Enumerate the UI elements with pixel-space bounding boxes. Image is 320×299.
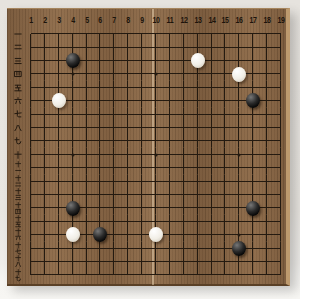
intersection-16-13[interactable] — [232, 188, 246, 201]
intersection-12-4[interactable] — [177, 67, 191, 80]
intersection-16-17[interactable] — [232, 242, 246, 255]
intersection-17-8[interactable] — [246, 121, 260, 134]
intersection-8-17[interactable] — [121, 242, 135, 255]
intersection-14-8[interactable] — [205, 121, 219, 134]
intersection-11-5[interactable] — [163, 81, 177, 94]
intersection-3-5[interactable] — [52, 81, 66, 94]
intersection-7-18[interactable] — [107, 255, 121, 268]
intersection-12-6[interactable] — [177, 94, 191, 107]
intersection-17-19[interactable] — [246, 268, 260, 281]
intersection-14-12[interactable] — [205, 175, 219, 188]
intersection-6-6[interactable] — [93, 94, 107, 107]
intersection-4-3[interactable] — [66, 54, 80, 67]
intersection-16-6[interactable] — [232, 94, 246, 107]
intersection-2-3[interactable] — [38, 54, 52, 67]
intersection-15-16[interactable] — [218, 228, 232, 241]
intersection-12-7[interactable] — [177, 108, 191, 121]
intersection-18-16[interactable] — [260, 228, 274, 241]
intersection-16-16[interactable] — [232, 228, 246, 241]
intersection-14-10[interactable] — [205, 148, 219, 161]
intersection-7-6[interactable] — [107, 94, 121, 107]
intersection-11-9[interactable] — [163, 134, 177, 147]
intersection-12-12[interactable] — [177, 175, 191, 188]
intersection-12-13[interactable] — [177, 188, 191, 201]
intersection-13-18[interactable] — [191, 255, 205, 268]
intersection-14-11[interactable] — [205, 161, 219, 174]
intersection-9-12[interactable] — [135, 175, 149, 188]
intersection-11-1[interactable] — [163, 27, 177, 40]
intersection-11-6[interactable] — [163, 94, 177, 107]
intersection-7-9[interactable] — [107, 134, 121, 147]
intersection-12-5[interactable] — [177, 81, 191, 94]
intersection-19-5[interactable] — [274, 81, 288, 94]
intersection-8-3[interactable] — [121, 54, 135, 67]
intersection-18-7[interactable] — [260, 108, 274, 121]
intersection-19-14[interactable] — [274, 201, 288, 214]
intersection-9-9[interactable] — [135, 134, 149, 147]
intersection-1-6[interactable] — [24, 94, 38, 107]
intersection-6-10[interactable] — [93, 148, 107, 161]
intersection-4-14[interactable] — [66, 201, 80, 214]
intersection-9-3[interactable] — [135, 54, 149, 67]
intersection-11-10[interactable] — [163, 148, 177, 161]
intersection-8-4[interactable] — [121, 67, 135, 80]
intersection-19-10[interactable] — [274, 148, 288, 161]
intersection-15-17[interactable] — [218, 242, 232, 255]
intersection-10-9[interactable] — [149, 134, 163, 147]
intersection-7-2[interactable] — [107, 41, 121, 54]
intersection-19-12[interactable] — [274, 175, 288, 188]
intersection-3-6[interactable] — [52, 94, 66, 107]
intersection-4-7[interactable] — [66, 108, 80, 121]
intersection-4-12[interactable] — [66, 175, 80, 188]
intersection-9-6[interactable] — [135, 94, 149, 107]
intersection-15-11[interactable] — [218, 161, 232, 174]
intersection-2-8[interactable] — [38, 121, 52, 134]
intersection-5-9[interactable] — [80, 134, 94, 147]
intersection-8-16[interactable] — [121, 228, 135, 241]
intersection-10-6[interactable] — [149, 94, 163, 107]
intersection-9-10[interactable] — [135, 148, 149, 161]
intersection-10-14[interactable] — [149, 201, 163, 214]
intersection-2-6[interactable] — [38, 94, 52, 107]
intersection-14-7[interactable] — [205, 108, 219, 121]
intersection-16-4[interactable] — [232, 67, 246, 80]
intersection-4-18[interactable] — [66, 255, 80, 268]
intersection-9-16[interactable] — [135, 228, 149, 241]
intersection-14-16[interactable] — [205, 228, 219, 241]
intersection-19-6[interactable] — [274, 94, 288, 107]
intersection-5-16[interactable] — [80, 228, 94, 241]
intersection-17-12[interactable] — [246, 175, 260, 188]
intersection-10-12[interactable] — [149, 175, 163, 188]
intersection-13-1[interactable] — [191, 27, 205, 40]
intersection-15-19[interactable] — [218, 268, 232, 281]
intersection-19-8[interactable] — [274, 121, 288, 134]
intersection-9-13[interactable] — [135, 188, 149, 201]
intersection-13-12[interactable] — [191, 175, 205, 188]
intersection-1-11[interactable] — [24, 161, 38, 174]
intersection-9-11[interactable] — [135, 161, 149, 174]
intersection-2-16[interactable] — [38, 228, 52, 241]
intersection-6-5[interactable] — [93, 81, 107, 94]
intersection-14-9[interactable] — [205, 134, 219, 147]
intersection-13-7[interactable] — [191, 108, 205, 121]
intersection-7-4[interactable] — [107, 67, 121, 80]
intersection-16-8[interactable] — [232, 121, 246, 134]
intersection-18-17[interactable] — [260, 242, 274, 255]
intersection-8-8[interactable] — [121, 121, 135, 134]
intersection-6-18[interactable] — [93, 255, 107, 268]
intersection-4-4[interactable] — [66, 67, 80, 80]
intersection-4-8[interactable] — [66, 121, 80, 134]
intersection-6-4[interactable] — [93, 67, 107, 80]
intersection-1-7[interactable] — [24, 108, 38, 121]
intersection-10-1[interactable] — [149, 27, 163, 40]
intersection-12-18[interactable] — [177, 255, 191, 268]
intersection-12-3[interactable] — [177, 54, 191, 67]
intersection-6-16[interactable] — [93, 228, 107, 241]
intersection-2-2[interactable] — [38, 41, 52, 54]
intersection-10-13[interactable] — [149, 188, 163, 201]
intersection-7-16[interactable] — [107, 228, 121, 241]
intersection-6-3[interactable] — [93, 54, 107, 67]
intersection-5-5[interactable] — [80, 81, 94, 94]
intersection-17-11[interactable] — [246, 161, 260, 174]
intersection-6-2[interactable] — [93, 41, 107, 54]
intersection-10-8[interactable] — [149, 121, 163, 134]
intersection-12-2[interactable] — [177, 41, 191, 54]
intersection-3-3[interactable] — [52, 54, 66, 67]
intersection-4-16[interactable] — [66, 228, 80, 241]
intersection-18-1[interactable] — [260, 27, 274, 40]
intersection-1-17[interactable] — [24, 242, 38, 255]
intersection-5-4[interactable] — [80, 67, 94, 80]
intersection-1-13[interactable] — [24, 188, 38, 201]
intersection-9-18[interactable] — [135, 255, 149, 268]
intersection-1-10[interactable] — [24, 148, 38, 161]
intersection-15-13[interactable] — [218, 188, 232, 201]
intersection-8-9[interactable] — [121, 134, 135, 147]
intersection-19-13[interactable] — [274, 188, 288, 201]
intersection-7-15[interactable] — [107, 215, 121, 228]
intersection-18-11[interactable] — [260, 161, 274, 174]
intersection-13-2[interactable] — [191, 41, 205, 54]
intersection-17-9[interactable] — [246, 134, 260, 147]
intersection-1-18[interactable] — [24, 255, 38, 268]
intersection-10-18[interactable] — [149, 255, 163, 268]
intersection-11-19[interactable] — [163, 268, 177, 281]
intersection-14-3[interactable] — [205, 54, 219, 67]
intersection-3-1[interactable] — [52, 27, 66, 40]
intersection-15-6[interactable] — [218, 94, 232, 107]
intersection-19-9[interactable] — [274, 134, 288, 147]
intersection-13-5[interactable] — [191, 81, 205, 94]
intersection-18-13[interactable] — [260, 188, 274, 201]
intersection-16-19[interactable] — [232, 268, 246, 281]
intersection-14-13[interactable] — [205, 188, 219, 201]
intersection-15-9[interactable] — [218, 134, 232, 147]
intersection-16-14[interactable] — [232, 201, 246, 214]
intersection-4-6[interactable] — [66, 94, 80, 107]
intersection-10-3[interactable] — [149, 54, 163, 67]
intersection-8-18[interactable] — [121, 255, 135, 268]
intersection-15-15[interactable] — [218, 215, 232, 228]
intersection-7-17[interactable] — [107, 242, 121, 255]
intersection-13-16[interactable] — [191, 228, 205, 241]
intersection-6-19[interactable] — [93, 268, 107, 281]
intersection-2-12[interactable] — [38, 175, 52, 188]
intersection-5-17[interactable] — [80, 242, 94, 255]
intersection-11-12[interactable] — [163, 175, 177, 188]
intersection-1-19[interactable] — [24, 268, 38, 281]
intersection-7-5[interactable] — [107, 81, 121, 94]
intersection-6-17[interactable] — [93, 242, 107, 255]
intersection-11-3[interactable] — [163, 54, 177, 67]
intersection-14-4[interactable] — [205, 67, 219, 80]
intersection-3-13[interactable] — [52, 188, 66, 201]
intersection-18-12[interactable] — [260, 175, 274, 188]
intersection-5-2[interactable] — [80, 41, 94, 54]
intersection-1-3[interactable] — [24, 54, 38, 67]
intersection-18-2[interactable] — [260, 41, 274, 54]
intersection-16-11[interactable] — [232, 161, 246, 174]
intersection-18-8[interactable] — [260, 121, 274, 134]
intersection-7-19[interactable] — [107, 268, 121, 281]
intersection-10-11[interactable] — [149, 161, 163, 174]
intersection-9-5[interactable] — [135, 81, 149, 94]
intersection-11-15[interactable] — [163, 215, 177, 228]
intersection-4-19[interactable] — [66, 268, 80, 281]
intersection-18-4[interactable] — [260, 67, 274, 80]
intersection-15-2[interactable] — [218, 41, 232, 54]
intersection-13-11[interactable] — [191, 161, 205, 174]
intersection-6-14[interactable] — [93, 201, 107, 214]
intersection-8-1[interactable] — [121, 27, 135, 40]
intersection-14-5[interactable] — [205, 81, 219, 94]
intersection-12-15[interactable] — [177, 215, 191, 228]
intersection-7-11[interactable] — [107, 161, 121, 174]
intersection-5-19[interactable] — [80, 268, 94, 281]
intersection-12-17[interactable] — [177, 242, 191, 255]
intersection-10-15[interactable] — [149, 215, 163, 228]
intersection-15-7[interactable] — [218, 108, 232, 121]
intersection-15-4[interactable] — [218, 67, 232, 80]
intersection-15-1[interactable] — [218, 27, 232, 40]
intersection-13-15[interactable] — [191, 215, 205, 228]
intersection-9-17[interactable] — [135, 242, 149, 255]
intersection-3-16[interactable] — [52, 228, 66, 241]
intersection-2-4[interactable] — [38, 67, 52, 80]
intersection-16-9[interactable] — [232, 134, 246, 147]
intersection-13-8[interactable] — [191, 121, 205, 134]
intersection-5-15[interactable] — [80, 215, 94, 228]
intersection-10-5[interactable] — [149, 81, 163, 94]
intersection-4-17[interactable] — [66, 242, 80, 255]
intersection-9-8[interactable] — [135, 121, 149, 134]
intersection-15-5[interactable] — [218, 81, 232, 94]
intersection-11-13[interactable] — [163, 188, 177, 201]
intersection-16-5[interactable] — [232, 81, 246, 94]
intersection-19-2[interactable] — [274, 41, 288, 54]
intersection-16-18[interactable] — [232, 255, 246, 268]
intersection-15-3[interactable] — [218, 54, 232, 67]
intersection-15-14[interactable] — [218, 201, 232, 214]
intersection-2-14[interactable] — [38, 201, 52, 214]
intersection-8-19[interactable] — [121, 268, 135, 281]
intersection-13-14[interactable] — [191, 201, 205, 214]
intersection-2-11[interactable] — [38, 161, 52, 174]
intersection-2-15[interactable] — [38, 215, 52, 228]
intersection-13-9[interactable] — [191, 134, 205, 147]
intersection-8-7[interactable] — [121, 108, 135, 121]
intersection-14-15[interactable] — [205, 215, 219, 228]
intersection-2-17[interactable] — [38, 242, 52, 255]
intersection-10-16[interactable] — [149, 228, 163, 241]
intersection-4-5[interactable] — [66, 81, 80, 94]
intersection-17-13[interactable] — [246, 188, 260, 201]
intersection-16-10[interactable] — [232, 148, 246, 161]
intersection-1-9[interactable] — [24, 134, 38, 147]
intersection-13-19[interactable] — [191, 268, 205, 281]
intersection-19-7[interactable] — [274, 108, 288, 121]
intersection-5-1[interactable] — [80, 27, 94, 40]
intersection-8-14[interactable] — [121, 201, 135, 214]
intersection-8-15[interactable] — [121, 215, 135, 228]
intersection-4-10[interactable] — [66, 148, 80, 161]
intersection-1-5[interactable] — [24, 81, 38, 94]
intersection-9-2[interactable] — [135, 41, 149, 54]
intersection-10-10[interactable] — [149, 148, 163, 161]
intersection-6-11[interactable] — [93, 161, 107, 174]
intersection-18-19[interactable] — [260, 268, 274, 281]
intersection-11-11[interactable] — [163, 161, 177, 174]
intersection-13-10[interactable] — [191, 148, 205, 161]
intersection-6-1[interactable] — [93, 27, 107, 40]
intersection-3-15[interactable] — [52, 215, 66, 228]
intersection-8-2[interactable] — [121, 41, 135, 54]
intersection-14-2[interactable] — [205, 41, 219, 54]
intersection-5-7[interactable] — [80, 108, 94, 121]
intersection-15-10[interactable] — [218, 148, 232, 161]
intersection-17-17[interactable] — [246, 242, 260, 255]
intersection-10-19[interactable] — [149, 268, 163, 281]
intersection-12-19[interactable] — [177, 268, 191, 281]
intersection-12-10[interactable] — [177, 148, 191, 161]
intersection-7-13[interactable] — [107, 188, 121, 201]
intersection-16-7[interactable] — [232, 108, 246, 121]
intersection-7-10[interactable] — [107, 148, 121, 161]
intersection-11-4[interactable] — [163, 67, 177, 80]
intersection-4-11[interactable] — [66, 161, 80, 174]
intersection-5-14[interactable] — [80, 201, 94, 214]
intersection-12-14[interactable] — [177, 201, 191, 214]
intersection-5-8[interactable] — [80, 121, 94, 134]
intersection-3-11[interactable] — [52, 161, 66, 174]
intersection-13-6[interactable] — [191, 94, 205, 107]
intersection-1-16[interactable] — [24, 228, 38, 241]
intersection-2-19[interactable] — [38, 268, 52, 281]
intersection-12-9[interactable] — [177, 134, 191, 147]
intersection-11-8[interactable] — [163, 121, 177, 134]
intersection-19-16[interactable] — [274, 228, 288, 241]
intersection-9-14[interactable] — [135, 201, 149, 214]
intersection-18-15[interactable] — [260, 215, 274, 228]
intersection-18-3[interactable] — [260, 54, 274, 67]
intersection-15-8[interactable] — [218, 121, 232, 134]
intersection-17-10[interactable] — [246, 148, 260, 161]
intersection-6-13[interactable] — [93, 188, 107, 201]
intersection-5-12[interactable] — [80, 175, 94, 188]
intersection-19-18[interactable] — [274, 255, 288, 268]
intersection-19-4[interactable] — [274, 67, 288, 80]
intersection-14-19[interactable] — [205, 268, 219, 281]
intersection-10-7[interactable] — [149, 108, 163, 121]
intersection-17-14[interactable] — [246, 201, 260, 214]
intersection-11-2[interactable] — [163, 41, 177, 54]
intersection-11-7[interactable] — [163, 108, 177, 121]
intersection-2-18[interactable] — [38, 255, 52, 268]
intersection-10-2[interactable] — [149, 41, 163, 54]
intersection-19-15[interactable] — [274, 215, 288, 228]
intersection-8-11[interactable] — [121, 161, 135, 174]
intersection-11-16[interactable] — [163, 228, 177, 241]
intersection-11-17[interactable] — [163, 242, 177, 255]
intersection-18-10[interactable] — [260, 148, 274, 161]
intersection-14-14[interactable] — [205, 201, 219, 214]
intersection-3-19[interactable] — [52, 268, 66, 281]
intersection-14-1[interactable] — [205, 27, 219, 40]
intersection-17-7[interactable] — [246, 108, 260, 121]
intersection-5-3[interactable] — [80, 54, 94, 67]
intersection-3-10[interactable] — [52, 148, 66, 161]
intersection-16-15[interactable] — [232, 215, 246, 228]
intersection-6-9[interactable] — [93, 134, 107, 147]
intersection-19-1[interactable] — [274, 27, 288, 40]
intersection-8-13[interactable] — [121, 188, 135, 201]
intersection-11-18[interactable] — [163, 255, 177, 268]
intersection-1-1[interactable] — [24, 27, 38, 40]
intersection-17-15[interactable] — [246, 215, 260, 228]
intersection-6-8[interactable] — [93, 121, 107, 134]
intersection-3-14[interactable] — [52, 201, 66, 214]
intersection-8-6[interactable] — [121, 94, 135, 107]
intersection-14-18[interactable] — [205, 255, 219, 268]
intersection-7-8[interactable] — [107, 121, 121, 134]
intersection-19-3[interactable] — [274, 54, 288, 67]
intersection-11-14[interactable] — [163, 201, 177, 214]
intersection-3-18[interactable] — [52, 255, 66, 268]
intersection-2-7[interactable] — [38, 108, 52, 121]
intersection-10-17[interactable] — [149, 242, 163, 255]
intersection-17-16[interactable] — [246, 228, 260, 241]
intersection-13-3[interactable] — [191, 54, 205, 67]
intersection-12-11[interactable] — [177, 161, 191, 174]
intersection-7-7[interactable] — [107, 108, 121, 121]
intersection-2-13[interactable] — [38, 188, 52, 201]
intersection-8-5[interactable] — [121, 81, 135, 94]
intersection-16-1[interactable] — [232, 27, 246, 40]
intersection-17-6[interactable] — [246, 94, 260, 107]
intersection-13-17[interactable] — [191, 242, 205, 255]
intersection-3-9[interactable] — [52, 134, 66, 147]
intersection-12-1[interactable] — [177, 27, 191, 40]
intersection-16-3[interactable] — [232, 54, 246, 67]
intersection-4-15[interactable] — [66, 215, 80, 228]
intersection-6-12[interactable] — [93, 175, 107, 188]
intersection-14-6[interactable] — [205, 94, 219, 107]
intersection-9-4[interactable] — [135, 67, 149, 80]
